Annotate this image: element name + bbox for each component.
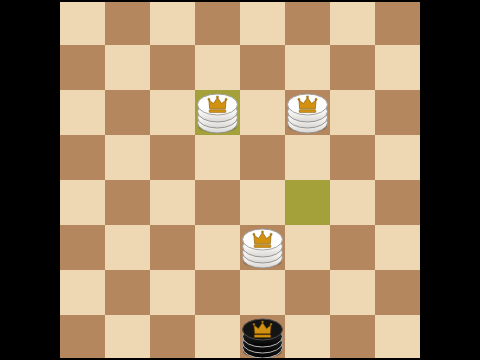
square-3-0[interactable] — [60, 135, 105, 180]
square-7-5 — [285, 315, 330, 360]
square-7-4[interactable] — [240, 315, 285, 360]
square-5-2[interactable] — [150, 225, 195, 270]
square-6-0 — [60, 270, 105, 315]
square-1-5 — [285, 45, 330, 90]
square-4-4 — [240, 180, 285, 225]
square-4-1[interactable] — [105, 180, 150, 225]
square-6-3[interactable] — [195, 270, 240, 315]
black-king-piece[interactable] — [240, 315, 285, 360]
square-7-1 — [105, 315, 150, 360]
square-0-0 — [60, 0, 105, 45]
white-king-piece[interactable] — [240, 225, 285, 270]
square-1-7 — [375, 45, 420, 90]
square-7-6[interactable] — [330, 315, 375, 360]
white-king-piece[interactable] — [195, 90, 240, 135]
square-4-7[interactable] — [375, 180, 420, 225]
square-5-3 — [195, 225, 240, 270]
square-2-0 — [60, 90, 105, 135]
square-0-4 — [240, 0, 285, 45]
square-3-7 — [375, 135, 420, 180]
square-2-5[interactable] — [285, 90, 330, 135]
square-1-0[interactable] — [60, 45, 105, 90]
square-5-7 — [375, 225, 420, 270]
square-3-6[interactable] — [330, 135, 375, 180]
square-0-2 — [150, 0, 195, 45]
square-1-3 — [195, 45, 240, 90]
square-0-5[interactable] — [285, 0, 330, 45]
square-3-4[interactable] — [240, 135, 285, 180]
square-5-1 — [105, 225, 150, 270]
square-6-2 — [150, 270, 195, 315]
square-1-4[interactable] — [240, 45, 285, 90]
white-king-piece[interactable] — [285, 90, 330, 135]
square-4-2 — [150, 180, 195, 225]
checkers-board — [60, 0, 420, 360]
square-4-3[interactable] — [195, 180, 240, 225]
square-6-5[interactable] — [285, 270, 330, 315]
square-4-6 — [330, 180, 375, 225]
square-3-5 — [285, 135, 330, 180]
square-3-1 — [105, 135, 150, 180]
square-4-5[interactable] — [285, 180, 330, 225]
square-1-2[interactable] — [150, 45, 195, 90]
square-7-2[interactable] — [150, 315, 195, 360]
square-2-7[interactable] — [375, 90, 420, 135]
app-frame — [0, 0, 480, 360]
square-7-0[interactable] — [60, 315, 105, 360]
square-6-1[interactable] — [105, 270, 150, 315]
square-7-7 — [375, 315, 420, 360]
square-6-4 — [240, 270, 285, 315]
square-4-0 — [60, 180, 105, 225]
letterbox-right — [420, 0, 480, 360]
square-0-1[interactable] — [105, 0, 150, 45]
square-1-1 — [105, 45, 150, 90]
square-3-3 — [195, 135, 240, 180]
square-6-7[interactable] — [375, 270, 420, 315]
square-2-6 — [330, 90, 375, 135]
square-2-4 — [240, 90, 285, 135]
square-6-6 — [330, 270, 375, 315]
square-2-3[interactable] — [195, 90, 240, 135]
square-7-3 — [195, 315, 240, 360]
square-2-2 — [150, 90, 195, 135]
square-0-3[interactable] — [195, 0, 240, 45]
letterbox-left — [0, 0, 60, 360]
square-5-5 — [285, 225, 330, 270]
square-1-6[interactable] — [330, 45, 375, 90]
square-0-7[interactable] — [375, 0, 420, 45]
square-5-0[interactable] — [60, 225, 105, 270]
square-5-4[interactable] — [240, 225, 285, 270]
square-0-6 — [330, 0, 375, 45]
square-2-1[interactable] — [105, 90, 150, 135]
square-5-6[interactable] — [330, 225, 375, 270]
video-edge-top — [0, 0, 480, 2]
square-3-2[interactable] — [150, 135, 195, 180]
